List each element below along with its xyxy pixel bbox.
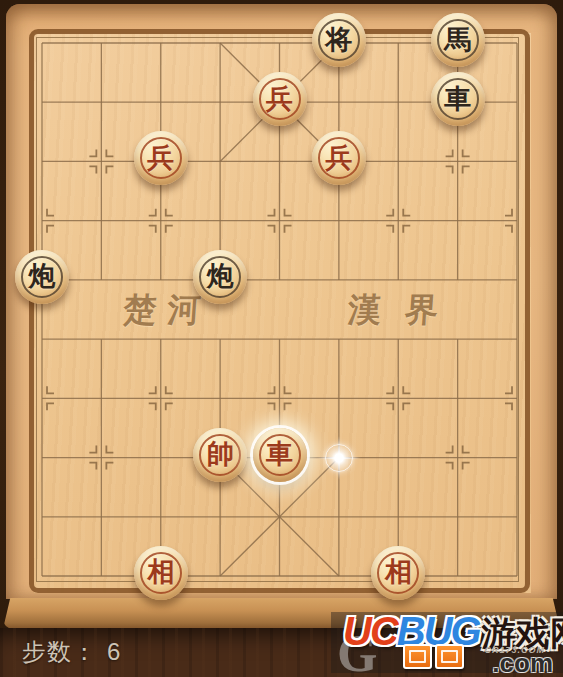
watermark-uc-text: UC	[343, 609, 397, 653]
piece-red-file5-rank2[interactable]: 兵	[312, 131, 366, 185]
piece-red-file4-rank7[interactable]: 車	[253, 428, 307, 482]
piece-character: 炮	[193, 250, 247, 304]
xiangqi-game-screen: 楚河 漢界 将馬兵車兵兵炮炮帥車相相 步数：6 G UCBUG游戏网 CR173…	[0, 0, 563, 677]
piece-layer: 将馬兵車兵兵炮炮帥車相相	[0, 0, 563, 629]
piece-character: 炮	[15, 250, 69, 304]
move-counter-label: 步数：	[22, 638, 97, 665]
move-counter-value: 6	[107, 638, 121, 665]
piece-character: 帥	[193, 428, 247, 482]
piece-black-file7-rank0[interactable]: 馬	[431, 13, 485, 67]
piece-character: 将	[312, 13, 366, 67]
move-sparkle-effect	[321, 440, 357, 476]
piece-character: 相	[371, 546, 425, 600]
piece-red-file3-rank7[interactable]: 帥	[193, 428, 247, 482]
piece-character: 兵	[253, 72, 307, 126]
piece-black-file7-rank1[interactable]: 車	[431, 72, 485, 126]
piece-character: 車	[431, 72, 485, 126]
piece-red-file2-rank9[interactable]: 相	[134, 546, 188, 600]
piece-red-file4-rank1[interactable]: 兵	[253, 72, 307, 126]
watermark: G UCBUG游戏网 CR173.COM .com	[331, 597, 563, 677]
watermark-logo-box	[435, 644, 464, 669]
piece-black-file5-rank0[interactable]: 将	[312, 13, 366, 67]
piece-red-file2-rank2[interactable]: 兵	[134, 131, 188, 185]
watermark-domain-suffix: .com	[492, 648, 553, 677]
piece-character: 車	[253, 428, 307, 482]
piece-black-file0-rank4[interactable]: 炮	[15, 250, 69, 304]
piece-red-file6-rank9[interactable]: 相	[371, 546, 425, 600]
piece-character: 相	[134, 546, 188, 600]
watermark-logo-box	[403, 644, 432, 669]
piece-character: 兵	[134, 131, 188, 185]
piece-black-file3-rank4[interactable]: 炮	[193, 250, 247, 304]
piece-character: 兵	[312, 131, 366, 185]
move-counter: 步数：6	[22, 636, 121, 668]
piece-character: 馬	[431, 13, 485, 67]
